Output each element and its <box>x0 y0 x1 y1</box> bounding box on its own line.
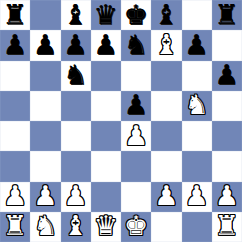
square-d2[interactable] <box>91 182 121 212</box>
black-bishop: ♝ <box>64 1 88 28</box>
white-pawn: ♟ <box>3 182 27 209</box>
white-pawn: ♟ <box>154 182 178 209</box>
square-b4[interactable] <box>30 121 60 151</box>
square-c2[interactable]: ♟ <box>61 182 91 212</box>
square-h4[interactable] <box>212 121 242 151</box>
black-bishop: ♝ <box>154 1 178 28</box>
black-pawn: ♟ <box>215 61 239 88</box>
black-pawn: ♟ <box>94 31 118 58</box>
square-f8[interactable]: ♝ <box>151 0 181 30</box>
black-rook: ♜ <box>3 1 27 28</box>
white-pawn: ♟ <box>124 122 148 149</box>
square-d6[interactable] <box>91 61 121 91</box>
square-e5[interactable]: ♟ <box>121 91 151 121</box>
black-knight: ♞ <box>124 31 148 58</box>
black-king: ♚ <box>124 1 148 28</box>
square-b6[interactable] <box>30 61 60 91</box>
square-e7[interactable]: ♞ <box>121 30 151 60</box>
white-knight: ♞ <box>33 212 57 239</box>
square-d5[interactable] <box>91 91 121 121</box>
square-d3[interactable] <box>91 151 121 181</box>
square-f2[interactable]: ♟ <box>151 182 181 212</box>
square-f1[interactable] <box>151 212 181 242</box>
square-a7[interactable]: ♟ <box>0 30 30 60</box>
square-a2[interactable]: ♟ <box>0 182 30 212</box>
square-h1[interactable]: ♜ <box>212 212 242 242</box>
black-pawn: ♟ <box>64 31 88 58</box>
square-e1[interactable]: ♚ <box>121 212 151 242</box>
white-rook: ♜ <box>3 212 27 239</box>
square-a3[interactable] <box>0 151 30 181</box>
square-b8[interactable] <box>30 0 60 30</box>
white-knight: ♞ <box>185 91 209 118</box>
square-e8[interactable]: ♚ <box>121 0 151 30</box>
square-a4[interactable] <box>0 121 30 151</box>
black-pawn: ♟ <box>33 31 57 58</box>
black-rook: ♜ <box>215 1 239 28</box>
square-a8[interactable]: ♜ <box>0 0 30 30</box>
square-g7[interactable]: ♟ <box>182 30 212 60</box>
white-queen: ♛ <box>94 212 118 239</box>
white-bishop: ♝ <box>154 31 178 58</box>
white-pawn: ♟ <box>33 182 57 209</box>
white-pawn: ♟ <box>215 182 239 209</box>
white-king: ♚ <box>124 212 148 239</box>
black-knight: ♞ <box>64 61 88 88</box>
square-e2[interactable] <box>121 182 151 212</box>
square-c5[interactable] <box>61 91 91 121</box>
square-d7[interactable]: ♟ <box>91 30 121 60</box>
black-pawn: ♟ <box>3 31 27 58</box>
square-f6[interactable] <box>151 61 181 91</box>
square-g1[interactable] <box>182 212 212 242</box>
square-a5[interactable] <box>0 91 30 121</box>
square-c4[interactable] <box>61 121 91 151</box>
chess-board: ♜♝♛♚♝♜♟♟♟♟♞♝♟♞♟♟♞♟♟♟♟♟♟♟♜♞♝♛♚♜ <box>0 0 242 242</box>
white-rook: ♜ <box>215 212 239 239</box>
square-d4[interactable] <box>91 121 121 151</box>
square-a1[interactable]: ♜ <box>0 212 30 242</box>
square-c3[interactable] <box>61 151 91 181</box>
square-e3[interactable] <box>121 151 151 181</box>
square-c8[interactable]: ♝ <box>61 0 91 30</box>
square-h2[interactable]: ♟ <box>212 182 242 212</box>
square-g5[interactable]: ♞ <box>182 91 212 121</box>
square-e6[interactable] <box>121 61 151 91</box>
square-d1[interactable]: ♛ <box>91 212 121 242</box>
square-f5[interactable] <box>151 91 181 121</box>
square-g2[interactable]: ♟ <box>182 182 212 212</box>
square-c1[interactable]: ♝ <box>61 212 91 242</box>
square-b5[interactable] <box>30 91 60 121</box>
square-b3[interactable] <box>30 151 60 181</box>
square-d8[interactable]: ♛ <box>91 0 121 30</box>
white-pawn: ♟ <box>64 182 88 209</box>
square-g3[interactable] <box>182 151 212 181</box>
square-f3[interactable] <box>151 151 181 181</box>
black-pawn: ♟ <box>124 91 148 118</box>
square-h6[interactable]: ♟ <box>212 61 242 91</box>
square-a6[interactable] <box>0 61 30 91</box>
square-g6[interactable] <box>182 61 212 91</box>
square-h3[interactable] <box>212 151 242 181</box>
square-f7[interactable]: ♝ <box>151 30 181 60</box>
square-h8[interactable]: ♜ <box>212 0 242 30</box>
square-e4[interactable]: ♟ <box>121 121 151 151</box>
square-g8[interactable] <box>182 0 212 30</box>
square-h7[interactable] <box>212 30 242 60</box>
square-f4[interactable] <box>151 121 181 151</box>
square-b2[interactable]: ♟ <box>30 182 60 212</box>
white-pawn: ♟ <box>185 182 209 209</box>
black-pawn: ♟ <box>185 31 209 58</box>
black-queen: ♛ <box>94 1 118 28</box>
white-bishop: ♝ <box>64 212 88 239</box>
square-c6[interactable]: ♞ <box>61 61 91 91</box>
square-c7[interactable]: ♟ <box>61 30 91 60</box>
square-b7[interactable]: ♟ <box>30 30 60 60</box>
square-b1[interactable]: ♞ <box>30 212 60 242</box>
square-h5[interactable] <box>212 91 242 121</box>
square-g4[interactable] <box>182 121 212 151</box>
